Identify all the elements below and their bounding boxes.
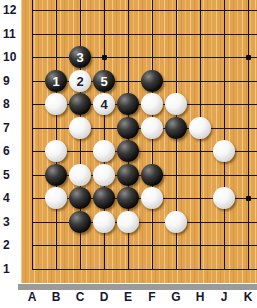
col-label-C: C [68, 289, 92, 305]
col-label-B: B [44, 289, 68, 305]
col-label-K: K [236, 289, 257, 305]
stone-E4-black[interactable] [117, 187, 139, 209]
row-label-11: 11 [3, 27, 20, 41]
stone-C3-black[interactable] [69, 211, 91, 233]
col-label-G: G [164, 289, 188, 305]
col-label-J: J [212, 289, 236, 305]
stone-E7-black[interactable] [117, 117, 139, 139]
star-point-K10 [246, 55, 251, 60]
stone-G3-white[interactable] [165, 211, 187, 233]
grid-line-row-2 [32, 245, 257, 246]
go-board-diagram: 121110987654321ABCDEFGHJK 31254 [0, 0, 257, 308]
row-label-5: 5 [3, 168, 20, 182]
stone-D9-black[interactable]: 5 [93, 70, 115, 92]
grid-line-row-10 [32, 57, 257, 58]
stone-E8-black[interactable] [117, 93, 139, 115]
row-label-1: 1 [3, 262, 20, 276]
stone-C4-black[interactable] [69, 187, 91, 209]
move-number-1: 1 [52, 75, 59, 88]
stone-B6-white[interactable] [45, 140, 67, 162]
grid-line-col-B [56, 0, 57, 270]
row-label-6: 6 [3, 144, 20, 158]
row-label-7: 7 [3, 121, 20, 135]
stone-G7-black[interactable] [165, 117, 187, 139]
stone-E6-black[interactable] [117, 140, 139, 162]
grid-line-row-12 [32, 10, 257, 11]
row-label-8: 8 [3, 97, 20, 111]
row-label-9: 9 [3, 74, 20, 88]
star-point-D10 [102, 55, 107, 60]
grid-line-col-J [224, 0, 225, 270]
stone-B8-white[interactable] [45, 93, 67, 115]
stone-B4-white[interactable] [45, 187, 67, 209]
stone-H7-white[interactable] [189, 117, 211, 139]
grid-line-col-A [32, 0, 33, 270]
stone-G8-white[interactable] [165, 93, 187, 115]
stone-J6-white[interactable] [213, 140, 235, 162]
row-label-3: 3 [3, 215, 20, 229]
star-point-K4 [246, 196, 251, 201]
stone-J4-white[interactable] [213, 187, 235, 209]
stone-F7-white[interactable] [141, 117, 163, 139]
row-label-2: 2 [3, 238, 20, 252]
grid-line-row-11 [32, 34, 257, 35]
stone-C10-black[interactable]: 3 [69, 46, 91, 68]
move-number-5: 5 [100, 75, 107, 88]
move-number-2: 2 [76, 75, 83, 88]
grid-line-row-3 [32, 222, 257, 223]
stone-C5-white[interactable] [69, 164, 91, 186]
grid-line-col-K [248, 0, 249, 270]
stone-E3-white[interactable] [117, 211, 139, 233]
col-label-A: A [20, 289, 44, 305]
stone-C9-white[interactable]: 2 [69, 70, 91, 92]
col-label-H: H [188, 289, 212, 305]
grid-line-row-1 [32, 269, 257, 270]
stone-F9-black[interactable] [141, 70, 163, 92]
stone-F5-black[interactable] [141, 164, 163, 186]
col-label-F: F [140, 289, 164, 305]
stone-D8-white[interactable]: 4 [93, 93, 115, 115]
move-number-3: 3 [76, 51, 83, 64]
stone-F4-white[interactable] [141, 187, 163, 209]
stone-D6-white[interactable] [93, 140, 115, 162]
stone-D3-white[interactable] [93, 211, 115, 233]
col-label-D: D [92, 289, 116, 305]
stone-C7-white[interactable] [69, 117, 91, 139]
stone-F8-white[interactable] [141, 93, 163, 115]
move-number-4: 4 [100, 98, 107, 111]
stone-E5-black[interactable] [117, 164, 139, 186]
col-label-E: E [116, 289, 140, 305]
stone-C8-black[interactable] [69, 93, 91, 115]
stone-D5-white[interactable] [93, 164, 115, 186]
stone-B5-black[interactable] [45, 164, 67, 186]
row-label-10: 10 [3, 50, 20, 64]
stone-B9-black[interactable]: 1 [45, 70, 67, 92]
row-label-12: 12 [3, 3, 20, 17]
row-label-4: 4 [3, 191, 20, 205]
stone-D4-black[interactable] [93, 187, 115, 209]
